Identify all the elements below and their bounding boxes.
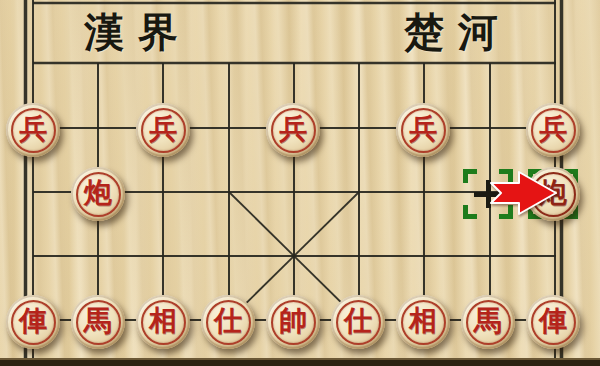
- piece-ring: 俥: [11, 300, 56, 345]
- red-advisor-f1[interactable]: 仕: [331, 295, 385, 349]
- piece-glyph: 兵: [409, 115, 437, 143]
- piece-ring: 兵: [531, 108, 576, 153]
- red-elephant-g1[interactable]: 相: [396, 295, 450, 349]
- piece-ring: 炮: [76, 172, 121, 217]
- piece-ring: 馬: [466, 300, 511, 345]
- red-soldier-a4[interactable]: 兵: [6, 103, 60, 157]
- piece-glyph: 相: [409, 307, 437, 335]
- piece-ring: 帥: [271, 300, 316, 345]
- red-cannon-b3[interactable]: 炮: [71, 167, 125, 221]
- piece-ring: 相: [401, 300, 446, 345]
- red-horse-b1[interactable]: 馬: [71, 295, 125, 349]
- red-soldier-i4[interactable]: 兵: [526, 103, 580, 157]
- piece-ring: 兵: [401, 108, 446, 153]
- red-soldier-g4[interactable]: 兵: [396, 103, 450, 157]
- red-horse-h1[interactable]: 馬: [461, 295, 515, 349]
- red-soldier-c4[interactable]: 兵: [136, 103, 190, 157]
- red-elephant-c1[interactable]: 相: [136, 295, 190, 349]
- piece-ring: 馬: [76, 300, 121, 345]
- red-chariot-i1[interactable]: 俥: [526, 295, 580, 349]
- board-bottom-edge: [0, 358, 600, 366]
- piece-ring: 相: [141, 300, 186, 345]
- xiangqi-board: 漢界 楚河 俥馬相仕帥仕相馬俥炮炮兵兵兵兵兵: [0, 0, 600, 366]
- piece-ring: 兵: [11, 108, 56, 153]
- piece-glyph: 仕: [214, 307, 242, 335]
- piece-glyph: 炮: [84, 179, 112, 207]
- piece-ring: 仕: [206, 300, 251, 345]
- piece-glyph: 仕: [344, 307, 372, 335]
- red-king-e1[interactable]: 帥: [266, 295, 320, 349]
- piece-glyph: 俥: [19, 307, 47, 335]
- piece-glyph: 相: [149, 307, 177, 335]
- last-move-arrow-icon: [488, 169, 560, 217]
- piece-ring: 俥: [531, 300, 576, 345]
- piece-glyph: 帥: [279, 307, 307, 335]
- piece-ring: 兵: [271, 108, 316, 153]
- red-soldier-e4[interactable]: 兵: [266, 103, 320, 157]
- piece-glyph: 兵: [19, 115, 47, 143]
- piece-glyph: 兵: [279, 115, 307, 143]
- piece-glyph: 馬: [474, 307, 502, 335]
- piece-glyph: 馬: [84, 307, 112, 335]
- red-advisor-d1[interactable]: 仕: [201, 295, 255, 349]
- piece-glyph: 俥: [539, 307, 567, 335]
- piece-ring: 仕: [336, 300, 381, 345]
- piece-glyph: 兵: [539, 115, 567, 143]
- red-chariot-a1[interactable]: 俥: [6, 295, 60, 349]
- piece-ring: 兵: [141, 108, 186, 153]
- piece-glyph: 兵: [149, 115, 177, 143]
